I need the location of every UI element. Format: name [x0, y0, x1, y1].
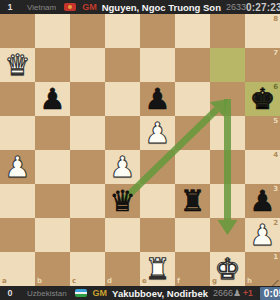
- board-square-h7[interactable]: 7: [245, 48, 280, 82]
- file-label: h: [247, 277, 252, 285]
- board-square-g8[interactable]: [210, 14, 245, 48]
- board-square-c8[interactable]: [70, 14, 105, 48]
- black-queen-d3[interactable]: ♛: [105, 184, 140, 218]
- top-player-score: 1: [5, 2, 15, 12]
- file-label: c: [72, 277, 76, 285]
- white-rook-e1[interactable]: ♜: [140, 252, 175, 286]
- board-square-b2[interactable]: [35, 218, 70, 252]
- black-pawn-b6[interactable]: ♟: [35, 82, 70, 116]
- board-square-c4[interactable]: [70, 150, 105, 184]
- board-square-f7[interactable]: [175, 48, 210, 82]
- board-square-f6[interactable]: [175, 82, 210, 116]
- board-square-e7[interactable]: [140, 48, 175, 82]
- top-player-country: Vietnam: [27, 3, 56, 12]
- rank-label: 1: [273, 253, 278, 261]
- board-square-f8[interactable]: [175, 14, 210, 48]
- board-square-d6[interactable]: [105, 82, 140, 116]
- board-square-d2[interactable]: [105, 218, 140, 252]
- bottom-player-score: 0: [5, 288, 15, 298]
- top-player-name: Nguyen, Ngoc Truong Son: [102, 2, 221, 13]
- board-square-b8[interactable]: [35, 14, 70, 48]
- board-square-b5[interactable]: [35, 116, 70, 150]
- board-square-d8[interactable]: [105, 14, 140, 48]
- board-square-e2[interactable]: [140, 218, 175, 252]
- rank-label: 5: [273, 117, 278, 125]
- board-square-b7[interactable]: [35, 48, 70, 82]
- board-square-d7[interactable]: [105, 48, 140, 82]
- board-square-c1[interactable]: c: [70, 252, 105, 286]
- board-square-h4[interactable]: 4: [245, 150, 280, 184]
- top-player-rating: 2633: [226, 2, 246, 12]
- file-label: b: [37, 277, 42, 285]
- board-square-f2[interactable]: [175, 218, 210, 252]
- material-advantage-value: +1: [243, 288, 253, 298]
- chess-board[interactable]: 8765432abcdefg1h: [0, 14, 280, 286]
- pawn-icon: ♟: [233, 289, 241, 298]
- board-square-g6[interactable]: [210, 82, 245, 116]
- board-square-e4[interactable]: [140, 150, 175, 184]
- white-pawn-a4[interactable]: ♟: [0, 150, 35, 184]
- white-queen-a7[interactable]: ♛: [0, 48, 35, 82]
- rank-label: 8: [273, 15, 278, 23]
- bottom-player-title: GM: [93, 288, 108, 298]
- board-square-b1[interactable]: b: [35, 252, 70, 286]
- board-square-h5[interactable]: 5: [245, 116, 280, 150]
- material-advantage: ♟ +1: [233, 288, 253, 298]
- white-pawn-d4[interactable]: ♟: [105, 150, 140, 184]
- board-square-g5[interactable]: [210, 116, 245, 150]
- board-square-g2[interactable]: [210, 218, 245, 252]
- uzbekistan-flag-icon: [75, 289, 87, 297]
- board-square-h8[interactable]: 8: [245, 14, 280, 48]
- bottom-player-rating: 2666: [213, 288, 233, 298]
- board-square-a1[interactable]: a: [0, 252, 35, 286]
- white-pawn-h2[interactable]: ♟: [245, 218, 280, 252]
- board-square-g7[interactable]: [210, 48, 245, 82]
- board-square-f4[interactable]: [175, 150, 210, 184]
- top-player-bar: 1 Vietnam GM Nguyen, Ngoc Truong Son 263…: [0, 0, 280, 14]
- black-king-h6[interactable]: ♚: [245, 82, 280, 116]
- board-square-d1[interactable]: d: [105, 252, 140, 286]
- board-square-c2[interactable]: [70, 218, 105, 252]
- rank-label: 7: [273, 49, 278, 57]
- file-label: f: [177, 277, 180, 285]
- board-square-a2[interactable]: [0, 218, 35, 252]
- top-player-title: GM: [82, 2, 97, 12]
- board-square-a3[interactable]: [0, 184, 35, 218]
- board-square-c3[interactable]: [70, 184, 105, 218]
- bottom-player-name: Yakubboev, Nodirbek: [112, 288, 208, 299]
- board-square-c6[interactable]: [70, 82, 105, 116]
- black-rook-f3[interactable]: ♜: [175, 184, 210, 218]
- board-square-e8[interactable]: [140, 14, 175, 48]
- board-square-b4[interactable]: [35, 150, 70, 184]
- black-pawn-h3[interactable]: ♟: [245, 184, 280, 218]
- chess-broadcast-widget: 1 Vietnam GM Nguyen, Ngoc Truong Son 263…: [0, 0, 280, 300]
- board-square-e3[interactable]: [140, 184, 175, 218]
- board-square-d5[interactable]: [105, 116, 140, 150]
- board-square-a8[interactable]: [0, 14, 35, 48]
- board-square-f1[interactable]: f: [175, 252, 210, 286]
- board-square-c7[interactable]: [70, 48, 105, 82]
- bottom-player-clock: 0:05:07: [260, 287, 280, 300]
- board-square-g4[interactable]: [210, 150, 245, 184]
- rank-label: 4: [273, 151, 278, 159]
- top-player-clock: 0:27:23: [246, 2, 280, 13]
- bottom-player-bar: 0 Uzbekistan GM Yakubboev, Nodirbek 2666…: [0, 286, 280, 300]
- vietnam-flag-icon: [64, 3, 76, 11]
- board-square-a5[interactable]: [0, 116, 35, 150]
- bottom-player-country: Uzbekistan: [27, 289, 67, 298]
- resize-grip-icon[interactable]: [272, 280, 279, 286]
- board-square-f5[interactable]: [175, 116, 210, 150]
- board-square-b3[interactable]: [35, 184, 70, 218]
- white-king-g1[interactable]: ♚: [210, 252, 245, 286]
- board-square-a6[interactable]: [0, 82, 35, 116]
- board-square-c5[interactable]: [70, 116, 105, 150]
- black-pawn-e6[interactable]: ♟: [140, 82, 175, 116]
- board-square-g3[interactable]: [210, 184, 245, 218]
- white-pawn-e5[interactable]: ♟: [140, 116, 175, 150]
- file-label: a: [2, 277, 7, 285]
- file-label: d: [107, 277, 112, 285]
